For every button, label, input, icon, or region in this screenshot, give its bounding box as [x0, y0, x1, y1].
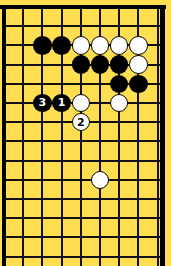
- board-edge-right: [160, 5, 165, 266]
- stone-white: [72, 36, 91, 55]
- stone-black: [33, 36, 52, 55]
- stone-black-move-3: 3: [33, 94, 52, 113]
- go-board-diagram: 312: [0, 0, 171, 266]
- board-edge-top: [0, 5, 166, 9]
- stone-black: [52, 36, 71, 55]
- stone-black: [129, 75, 148, 94]
- stone-black: [72, 55, 91, 74]
- stone-black: [91, 55, 110, 74]
- stone-black-move-1: 1: [52, 94, 71, 113]
- board-edge-left: [2, 5, 6, 266]
- stone-white: [129, 55, 148, 74]
- stone-white: [91, 36, 110, 55]
- stone-white: [129, 36, 148, 55]
- stone-white: [110, 36, 129, 55]
